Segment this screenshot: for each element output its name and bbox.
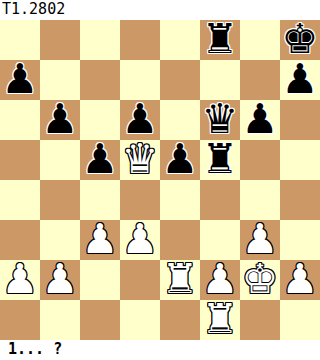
square-g4[interactable]	[240, 180, 280, 220]
piece-black-king[interactable]: ♚	[282, 20, 319, 60]
square-e7[interactable]	[160, 60, 200, 100]
square-g2[interactable]: ♚	[240, 260, 280, 300]
square-h3[interactable]	[280, 220, 320, 260]
piece-white-pawn[interactable]: ♟	[42, 260, 79, 300]
piece-white-pawn[interactable]: ♟	[122, 220, 159, 260]
square-b5[interactable]	[40, 140, 80, 180]
square-h8[interactable]: ♚	[280, 20, 320, 60]
square-e6[interactable]	[160, 100, 200, 140]
square-c8[interactable]	[80, 20, 120, 60]
square-e2[interactable]: ♜	[160, 260, 200, 300]
square-h1[interactable]	[280, 300, 320, 340]
square-a1[interactable]	[0, 300, 40, 340]
piece-white-rook[interactable]: ♜	[162, 260, 199, 300]
piece-black-pawn[interactable]: ♟	[2, 60, 39, 100]
square-f7[interactable]	[200, 60, 240, 100]
square-d2[interactable]	[120, 260, 160, 300]
piece-black-pawn[interactable]: ♟	[162, 140, 199, 180]
square-a4[interactable]	[0, 180, 40, 220]
square-g5[interactable]	[240, 140, 280, 180]
piece-white-pawn[interactable]: ♟	[242, 220, 279, 260]
square-h2[interactable]: ♟	[280, 260, 320, 300]
square-a6[interactable]	[0, 100, 40, 140]
piece-black-pawn[interactable]: ♟	[122, 100, 159, 140]
square-f5[interactable]: ♜	[200, 140, 240, 180]
piece-white-pawn[interactable]: ♟	[202, 260, 239, 300]
square-f1[interactable]: ♜	[200, 300, 240, 340]
square-a8[interactable]	[0, 20, 40, 60]
square-b8[interactable]	[40, 20, 80, 60]
piece-white-king[interactable]: ♚	[242, 260, 279, 300]
chess-board: ♜♚♟♟♟♟♛♟♟♛♟♜♟♟♟♟♟♜♟♚♟♜	[0, 20, 320, 340]
piece-white-rook[interactable]: ♜	[202, 300, 239, 340]
square-f6[interactable]: ♛	[200, 100, 240, 140]
square-d6[interactable]: ♟	[120, 100, 160, 140]
piece-black-rook[interactable]: ♜	[202, 140, 239, 180]
piece-black-pawn[interactable]: ♟	[42, 100, 79, 140]
square-c6[interactable]	[80, 100, 120, 140]
square-d5[interactable]: ♛	[120, 140, 160, 180]
square-c1[interactable]	[80, 300, 120, 340]
piece-white-pawn[interactable]: ♟	[282, 260, 319, 300]
square-d7[interactable]	[120, 60, 160, 100]
square-d3[interactable]: ♟	[120, 220, 160, 260]
move-prompt: 1... ?	[0, 340, 320, 360]
square-g1[interactable]	[240, 300, 280, 340]
square-c5[interactable]: ♟	[80, 140, 120, 180]
square-f2[interactable]: ♟	[200, 260, 240, 300]
square-h4[interactable]	[280, 180, 320, 220]
square-f8[interactable]: ♜	[200, 20, 240, 60]
square-e1[interactable]	[160, 300, 200, 340]
square-g8[interactable]	[240, 20, 280, 60]
square-f4[interactable]	[200, 180, 240, 220]
square-h6[interactable]	[280, 100, 320, 140]
square-c3[interactable]: ♟	[80, 220, 120, 260]
square-b1[interactable]	[40, 300, 80, 340]
square-g6[interactable]: ♟	[240, 100, 280, 140]
square-d1[interactable]	[120, 300, 160, 340]
square-e8[interactable]	[160, 20, 200, 60]
piece-black-pawn[interactable]: ♟	[82, 140, 119, 180]
square-e4[interactable]	[160, 180, 200, 220]
piece-white-queen[interactable]: ♛	[122, 140, 159, 180]
square-a5[interactable]	[0, 140, 40, 180]
square-b3[interactable]	[40, 220, 80, 260]
square-a7[interactable]: ♟	[0, 60, 40, 100]
square-h5[interactable]	[280, 140, 320, 180]
square-g3[interactable]: ♟	[240, 220, 280, 260]
square-d4[interactable]	[120, 180, 160, 220]
square-d8[interactable]	[120, 20, 160, 60]
piece-black-pawn[interactable]: ♟	[282, 60, 319, 100]
square-b7[interactable]	[40, 60, 80, 100]
square-b6[interactable]: ♟	[40, 100, 80, 140]
square-c7[interactable]	[80, 60, 120, 100]
piece-black-rook[interactable]: ♜	[202, 20, 239, 60]
square-a3[interactable]	[0, 220, 40, 260]
square-f3[interactable]	[200, 220, 240, 260]
piece-black-pawn[interactable]: ♟	[242, 100, 279, 140]
square-h7[interactable]: ♟	[280, 60, 320, 100]
square-a2[interactable]: ♟	[0, 260, 40, 300]
puzzle-title: T1.2802	[0, 0, 320, 20]
square-c4[interactable]	[80, 180, 120, 220]
piece-white-pawn[interactable]: ♟	[2, 260, 39, 300]
square-c2[interactable]	[80, 260, 120, 300]
square-b4[interactable]	[40, 180, 80, 220]
piece-white-pawn[interactable]: ♟	[82, 220, 119, 260]
piece-black-queen[interactable]: ♛	[202, 100, 239, 140]
square-b2[interactable]: ♟	[40, 260, 80, 300]
square-e3[interactable]	[160, 220, 200, 260]
square-g7[interactable]	[240, 60, 280, 100]
square-e5[interactable]: ♟	[160, 140, 200, 180]
puzzle-window: T1.2802 ♜♚♟♟♟♟♛♟♟♛♟♜♟♟♟♟♟♜♟♚♟♜ 1... ?	[0, 0, 320, 360]
